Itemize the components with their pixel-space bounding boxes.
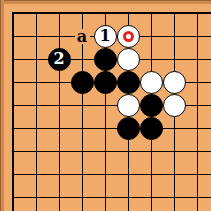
grid-line-horizontal bbox=[12, 128, 211, 129]
grid-line-horizontal bbox=[12, 197, 211, 198]
stone-black bbox=[117, 71, 140, 94]
stone-white bbox=[117, 25, 140, 48]
stone-black bbox=[94, 71, 117, 94]
board-frame-left-edge bbox=[0, 0, 4, 211]
stone-white bbox=[140, 71, 163, 94]
grid-line-vertical bbox=[59, 12, 60, 211]
go-board: a 12 bbox=[0, 0, 211, 211]
stone-black bbox=[94, 48, 117, 71]
grid-line-vertical bbox=[197, 12, 198, 211]
stone-white bbox=[117, 94, 140, 117]
board-frame-top-edge bbox=[0, 0, 211, 4]
stone-black bbox=[140, 94, 163, 117]
grid-line-vertical bbox=[36, 12, 37, 211]
point-label: a bbox=[75, 29, 90, 44]
grid-line-vertical bbox=[12, 12, 14, 211]
red-circle-marker-icon bbox=[123, 31, 134, 42]
stone-white bbox=[163, 94, 186, 117]
move-number: 2 bbox=[53, 51, 64, 67]
grid-line-horizontal bbox=[12, 151, 211, 152]
grid-line-horizontal bbox=[12, 174, 211, 175]
stone-white bbox=[117, 48, 140, 71]
stone-black bbox=[71, 71, 94, 94]
stone-black: 2 bbox=[48, 48, 71, 71]
stone-white bbox=[163, 71, 186, 94]
stone-black bbox=[117, 117, 140, 140]
stone-white: 1 bbox=[94, 25, 117, 48]
grid-line-horizontal bbox=[12, 12, 211, 14]
move-number: 1 bbox=[99, 28, 110, 44]
stone-black bbox=[140, 117, 163, 140]
